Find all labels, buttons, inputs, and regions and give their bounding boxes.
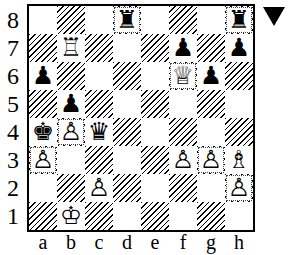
square-e5[interactable] bbox=[141, 90, 169, 118]
square-h3[interactable]: ♗ bbox=[225, 146, 253, 174]
square-e2[interactable] bbox=[141, 174, 169, 202]
rank-label-4: 4 bbox=[0, 118, 26, 146]
square-a3[interactable]: ♙ bbox=[29, 146, 57, 174]
square-g5[interactable] bbox=[197, 90, 225, 118]
square-g7[interactable] bbox=[197, 34, 225, 62]
square-d2[interactable] bbox=[113, 174, 141, 202]
square-c2[interactable]: ♙ bbox=[85, 174, 113, 202]
white-pawn-icon[interactable]: ♙ bbox=[60, 118, 82, 146]
square-c5[interactable] bbox=[85, 90, 113, 118]
white-bishop-icon[interactable]: ♗ bbox=[228, 146, 250, 174]
black-pawn-icon[interactable]: ♟ bbox=[32, 62, 54, 90]
rank-label-3: 3 bbox=[0, 146, 26, 174]
square-g2[interactable] bbox=[197, 174, 225, 202]
square-g1[interactable] bbox=[197, 202, 225, 230]
rank-label-2: 2 bbox=[0, 174, 26, 202]
file-label-b: b bbox=[57, 231, 85, 254]
square-f7[interactable]: ♟ bbox=[169, 34, 197, 62]
square-b6[interactable] bbox=[57, 62, 85, 90]
chess-diagram: 87654321 ♜♜♖♟♟♟♕♟♟♚♙♛♙♙♙♗♙♙♔ abcdefgh bbox=[0, 0, 288, 255]
white-pawn-icon[interactable]: ♙ bbox=[88, 174, 110, 202]
square-e4[interactable] bbox=[141, 118, 169, 146]
square-c4[interactable]: ♛ bbox=[85, 118, 113, 146]
square-f6[interactable]: ♕ bbox=[169, 62, 197, 90]
square-c8[interactable] bbox=[85, 6, 113, 34]
square-b3[interactable] bbox=[57, 146, 85, 174]
white-pawn-icon[interactable]: ♙ bbox=[32, 146, 54, 174]
black-pawn-icon[interactable]: ♟ bbox=[60, 90, 82, 118]
square-e3[interactable] bbox=[141, 146, 169, 174]
square-h4[interactable] bbox=[225, 118, 253, 146]
square-e1[interactable] bbox=[141, 202, 169, 230]
square-b5[interactable]: ♟ bbox=[57, 90, 85, 118]
square-a5[interactable] bbox=[29, 90, 57, 118]
file-labels: abcdefgh bbox=[29, 231, 253, 254]
square-h8[interactable]: ♜ bbox=[225, 6, 253, 34]
white-queen-icon[interactable]: ♕ bbox=[172, 62, 194, 90]
square-g6[interactable]: ♟ bbox=[197, 62, 225, 90]
square-a1[interactable] bbox=[29, 202, 57, 230]
square-f8[interactable] bbox=[169, 6, 197, 34]
square-d6[interactable] bbox=[113, 62, 141, 90]
square-d4[interactable] bbox=[113, 118, 141, 146]
rank-label-5: 5 bbox=[0, 90, 26, 118]
square-d5[interactable] bbox=[113, 90, 141, 118]
square-e6[interactable] bbox=[141, 62, 169, 90]
rank-label-1: 1 bbox=[0, 202, 26, 230]
square-d7[interactable] bbox=[113, 34, 141, 62]
square-f5[interactable] bbox=[169, 90, 197, 118]
square-g8[interactable] bbox=[197, 6, 225, 34]
square-b1[interactable]: ♔ bbox=[57, 202, 85, 230]
square-h7[interactable]: ♟ bbox=[225, 34, 253, 62]
rank-label-6: 6 bbox=[0, 62, 26, 90]
file-label-h: h bbox=[225, 231, 253, 254]
board: ♜♜♖♟♟♟♕♟♟♚♙♛♙♙♙♗♙♙♔ bbox=[27, 4, 255, 232]
square-c3[interactable] bbox=[85, 146, 113, 174]
square-d8[interactable]: ♜ bbox=[113, 6, 141, 34]
white-rook-icon[interactable]: ♖ bbox=[60, 34, 82, 62]
file-label-c: c bbox=[85, 231, 113, 254]
square-d1[interactable] bbox=[113, 202, 141, 230]
file-label-g: g bbox=[197, 231, 225, 254]
square-h6[interactable] bbox=[225, 62, 253, 90]
square-g3[interactable]: ♙ bbox=[197, 146, 225, 174]
file-label-f: f bbox=[169, 231, 197, 254]
rank-label-8: 8 bbox=[0, 6, 26, 34]
square-a7[interactable] bbox=[29, 34, 57, 62]
square-a2[interactable] bbox=[29, 174, 57, 202]
square-a4[interactable]: ♚ bbox=[29, 118, 57, 146]
square-f3[interactable]: ♙ bbox=[169, 146, 197, 174]
square-a6[interactable]: ♟ bbox=[29, 62, 57, 90]
square-c6[interactable] bbox=[85, 62, 113, 90]
square-h5[interactable] bbox=[225, 90, 253, 118]
rank-label-7: 7 bbox=[0, 34, 26, 62]
white-king-icon[interactable]: ♔ bbox=[60, 202, 82, 230]
black-rook-icon[interactable]: ♜ bbox=[228, 6, 250, 34]
square-c7[interactable] bbox=[85, 34, 113, 62]
square-h2[interactable]: ♙ bbox=[225, 174, 253, 202]
square-e8[interactable] bbox=[141, 6, 169, 34]
square-g4[interactable] bbox=[197, 118, 225, 146]
square-f1[interactable] bbox=[169, 202, 197, 230]
square-e7[interactable] bbox=[141, 34, 169, 62]
black-pawn-icon[interactable]: ♟ bbox=[228, 34, 250, 62]
square-d3[interactable] bbox=[113, 146, 141, 174]
black-rook-icon[interactable]: ♜ bbox=[116, 6, 138, 34]
square-b4[interactable]: ♙ bbox=[57, 118, 85, 146]
square-b7[interactable]: ♖ bbox=[57, 34, 85, 62]
square-f4[interactable] bbox=[169, 118, 197, 146]
square-b2[interactable] bbox=[57, 174, 85, 202]
white-pawn-icon[interactable]: ♙ bbox=[172, 146, 194, 174]
rank-labels: 87654321 bbox=[0, 6, 26, 230]
file-label-d: d bbox=[113, 231, 141, 254]
white-pawn-icon[interactable]: ♙ bbox=[228, 174, 250, 202]
square-c1[interactable] bbox=[85, 202, 113, 230]
square-f2[interactable] bbox=[169, 174, 197, 202]
square-a8[interactable] bbox=[29, 6, 57, 34]
file-label-a: a bbox=[29, 231, 57, 254]
square-h1[interactable] bbox=[225, 202, 253, 230]
black-to-move-indicator-icon bbox=[263, 7, 285, 26]
white-pawn-icon[interactable]: ♙ bbox=[200, 146, 222, 174]
file-label-e: e bbox=[141, 231, 169, 254]
black-pawn-icon[interactable]: ♟ bbox=[200, 62, 222, 90]
black-king-icon[interactable]: ♚ bbox=[32, 118, 54, 146]
square-b8[interactable] bbox=[57, 6, 85, 34]
black-queen-icon[interactable]: ♛ bbox=[88, 118, 110, 146]
black-pawn-icon[interactable]: ♟ bbox=[172, 34, 194, 62]
